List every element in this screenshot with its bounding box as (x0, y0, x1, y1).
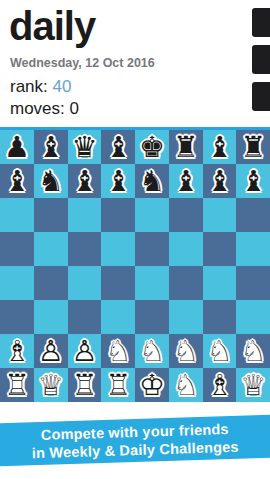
square-h1[interactable]: ♛♕ (236, 368, 270, 402)
square-c4[interactable] (68, 266, 102, 300)
square-b2[interactable]: ♟♙ (34, 334, 68, 368)
square-g3[interactable] (203, 300, 237, 334)
square-d7[interactable]: ♝ (101, 164, 135, 198)
white-knight[interactable]: ♞♘ (203, 334, 237, 368)
square-e4[interactable] (135, 266, 169, 300)
moves-value: 0 (70, 99, 79, 118)
white-knight[interactable]: ♞♘ (236, 334, 270, 368)
promo-banner[interactable]: Compete with your friends in Weekly & Da… (0, 415, 270, 467)
square-d3[interactable] (101, 300, 135, 334)
black-knight[interactable]: ♞ (135, 164, 169, 198)
square-g2[interactable]: ♞♘ (203, 334, 237, 368)
black-queen[interactable]: ♛ (68, 130, 102, 164)
page-title: daily (9, 2, 95, 50)
square-g7[interactable]: ♝ (203, 164, 237, 198)
menu-bar (252, 82, 270, 111)
rank-line: rank: 40 (10, 76, 71, 97)
black-bishop[interactable]: ♝ (0, 164, 34, 198)
white-pawn[interactable]: ♟♙ (34, 334, 68, 368)
square-h5[interactable] (236, 232, 270, 266)
white-pawn[interactable]: ♟♙ (68, 334, 102, 368)
square-c1[interactable]: ♜♖ (68, 368, 102, 402)
square-f8[interactable]: ♜ (169, 130, 203, 164)
white-king[interactable]: ♚♔ (135, 368, 169, 402)
black-bishop[interactable]: ♝ (101, 164, 135, 198)
square-g8[interactable]: ♝ (203, 130, 237, 164)
square-d5[interactable] (101, 232, 135, 266)
square-g5[interactable] (203, 232, 237, 266)
square-f5[interactable] (169, 232, 203, 266)
black-king[interactable]: ♚ (135, 130, 169, 164)
square-h6[interactable] (236, 198, 270, 232)
square-g1[interactable]: ♝♗ (203, 368, 237, 402)
square-f2[interactable]: ♞♘ (169, 334, 203, 368)
square-f6[interactable] (169, 198, 203, 232)
white-rook[interactable]: ♜♖ (101, 368, 135, 402)
square-d1[interactable]: ♜♖ (101, 368, 135, 402)
square-c7[interactable]: ♝ (68, 164, 102, 198)
square-b4[interactable] (34, 266, 68, 300)
square-e6[interactable] (135, 198, 169, 232)
square-f3[interactable] (169, 300, 203, 334)
square-a8[interactable]: ♟ (0, 130, 34, 164)
black-rook[interactable]: ♜ (236, 130, 270, 164)
square-f4[interactable] (169, 266, 203, 300)
square-h7[interactable]: ♝ (236, 164, 270, 198)
square-c6[interactable] (68, 198, 102, 232)
square-c2[interactable]: ♟♙ (68, 334, 102, 368)
white-rook[interactable]: ♜♖ (68, 368, 102, 402)
square-f1[interactable]: ♞♘ (169, 368, 203, 402)
white-rook[interactable]: ♜♖ (0, 368, 34, 402)
square-f7[interactable]: ♝ (169, 164, 203, 198)
black-pawn[interactable]: ♟ (0, 130, 34, 164)
square-a7[interactable]: ♝ (0, 164, 34, 198)
white-knight[interactable]: ♞♘ (135, 334, 169, 368)
square-b7[interactable]: ♞ (34, 164, 68, 198)
chess-board: ♟♝♛♝♚♜♝♜♝♞♝♝♞♝♝♝♝♗♟♙♟♙♞♘♞♘♞♘♞♘♞♘♜♖♛♕♜♖♜♖… (0, 130, 270, 402)
square-g6[interactable] (203, 198, 237, 232)
square-a2[interactable]: ♝♗ (0, 334, 34, 368)
square-a3[interactable] (0, 300, 34, 334)
square-b8[interactable]: ♝ (34, 130, 68, 164)
square-e3[interactable] (135, 300, 169, 334)
black-rook[interactable]: ♜ (169, 130, 203, 164)
black-bishop[interactable]: ♝ (169, 164, 203, 198)
menu-bar (252, 45, 270, 74)
square-b6[interactable] (34, 198, 68, 232)
square-h3[interactable] (236, 300, 270, 334)
square-c3[interactable] (68, 300, 102, 334)
square-h2[interactable]: ♞♘ (236, 334, 270, 368)
square-d6[interactable] (101, 198, 135, 232)
square-e5[interactable] (135, 232, 169, 266)
white-knight[interactable]: ♞♘ (169, 334, 203, 368)
black-bishop[interactable]: ♝ (203, 130, 237, 164)
rank-label: rank: (10, 77, 48, 96)
square-e7[interactable]: ♞ (135, 164, 169, 198)
square-e8[interactable]: ♚ (135, 130, 169, 164)
square-g4[interactable] (203, 266, 237, 300)
hamburger-menu-icon[interactable] (252, 8, 270, 119)
square-b5[interactable] (34, 232, 68, 266)
rank-value: 40 (53, 77, 72, 96)
challenge-date: Wednesday, 12 Oct 2016 (10, 56, 155, 70)
black-bishop[interactable]: ♝ (203, 164, 237, 198)
white-knight[interactable]: ♞♘ (101, 334, 135, 368)
white-queen[interactable]: ♛♕ (236, 368, 270, 402)
app-screen: daily Wednesday, 12 Oct 2016 rank: 40 mo… (0, 0, 270, 479)
square-a5[interactable] (0, 232, 34, 266)
white-bishop[interactable]: ♝♗ (203, 368, 237, 402)
black-bishop[interactable]: ♝ (68, 164, 102, 198)
square-d8[interactable]: ♝ (101, 130, 135, 164)
square-h4[interactable] (236, 266, 270, 300)
black-bishop[interactable]: ♝ (101, 130, 135, 164)
white-knight[interactable]: ♞♘ (169, 368, 203, 402)
black-knight[interactable]: ♞ (34, 164, 68, 198)
square-d2[interactable]: ♞♘ (101, 334, 135, 368)
square-c8[interactable]: ♛ (68, 130, 102, 164)
square-d4[interactable] (101, 266, 135, 300)
white-queen[interactable]: ♛♕ (34, 368, 68, 402)
square-b3[interactable] (34, 300, 68, 334)
black-bishop[interactable]: ♝ (34, 130, 68, 164)
square-a4[interactable] (0, 266, 34, 300)
square-e2[interactable]: ♞♘ (135, 334, 169, 368)
square-e1[interactable]: ♚♔ (135, 368, 169, 402)
menu-bar (252, 8, 270, 37)
moves-label: moves: (10, 99, 65, 118)
moves-line: moves: 0 (10, 98, 79, 119)
square-h8[interactable]: ♜ (236, 130, 270, 164)
square-a6[interactable] (0, 198, 34, 232)
square-a1[interactable]: ♜♖ (0, 368, 34, 402)
square-c5[interactable] (68, 232, 102, 266)
white-bishop[interactable]: ♝♗ (0, 334, 34, 368)
black-bishop[interactable]: ♝ (236, 164, 270, 198)
square-b1[interactable]: ♛♕ (34, 368, 68, 402)
